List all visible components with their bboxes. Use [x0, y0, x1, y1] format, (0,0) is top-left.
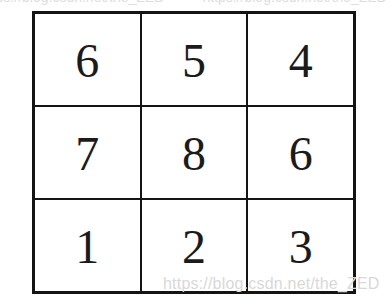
puzzle-board: 6 5 4 7 8 6 1 2 3	[32, 11, 356, 294]
cell-r3c3: 3	[248, 200, 353, 291]
cell-value: 1	[75, 223, 99, 271]
watermark-text-fragment: https://blog.csdn.net/the_ZED	[0, 0, 164, 5]
watermark-text-fragment: https://blog.csdn.net/the_ZED	[202, 0, 386, 5]
watermark-top-fragments: https://blog.csdn.net/the_ZEDhttps://blo…	[0, 0, 389, 5]
cell-value: 3	[289, 223, 313, 271]
cell-r1c3: 4	[248, 14, 353, 105]
cell-value: 5	[182, 37, 206, 85]
cell-value: 8	[182, 130, 206, 178]
cell-r1c2: 5	[142, 14, 247, 105]
cell-value: 2	[182, 223, 206, 271]
cell-value: 7	[75, 130, 99, 178]
cell-value: 4	[289, 37, 313, 85]
cell-r2c2: 8	[142, 107, 247, 198]
diagram-canvas: https://blog.csdn.net/the_ZEDhttps://blo…	[0, 0, 389, 305]
cell-r3c1: 1	[35, 200, 140, 291]
cell-r1c1: 6	[35, 14, 140, 105]
cell-r2c3: 6	[248, 107, 353, 198]
cell-value: 6	[75, 37, 99, 85]
cell-r3c2: 2	[142, 200, 247, 291]
cell-r2c1: 7	[35, 107, 140, 198]
cell-value: 6	[289, 130, 313, 178]
